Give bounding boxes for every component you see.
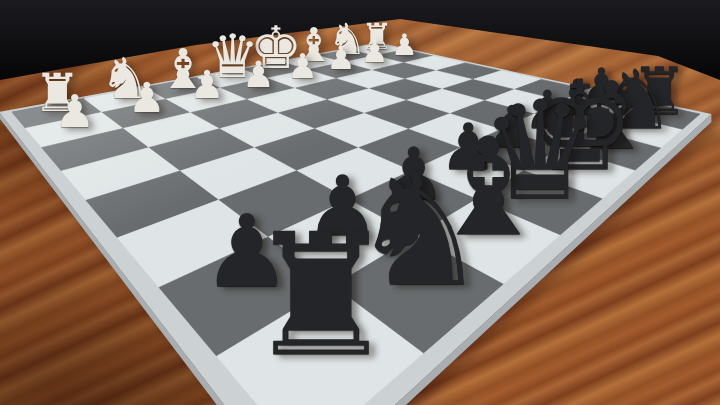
scene: ♜♞♟♝♟♚♟♛♟♝♟♞♟♟♜♟♟♜♟♟♞♟♝♚♟♛♟♝♟♞♟♜ Standar…	[0, 0, 720, 405]
pieces-layer: ♜♞♟♝♟♚♟♛♟♝♟♞♟♟♜♟♟♜♟♟♞♟♝♚♟♛♟♝♟♞♟♜	[0, 0, 720, 405]
piece-c2-white-pawn[interactable]: ♟	[190, 66, 225, 105]
piece-a2-white-pawn[interactable]: ♟	[54, 90, 95, 135]
piece-g2-white-pawn[interactable]: ♟	[361, 36, 389, 67]
piece-a8-black-rook[interactable]: ♜	[245, 211, 397, 380]
piece-h2-white-pawn[interactable]: ♟	[391, 31, 417, 60]
piece-f2-white-pawn[interactable]: ♟	[326, 42, 355, 74]
piece-b2-white-pawn[interactable]: ♟	[128, 77, 165, 119]
piece-d2-white-pawn[interactable]: ♟	[242, 57, 274, 93]
piece-e2-white-pawn[interactable]: ♟	[287, 49, 318, 83]
